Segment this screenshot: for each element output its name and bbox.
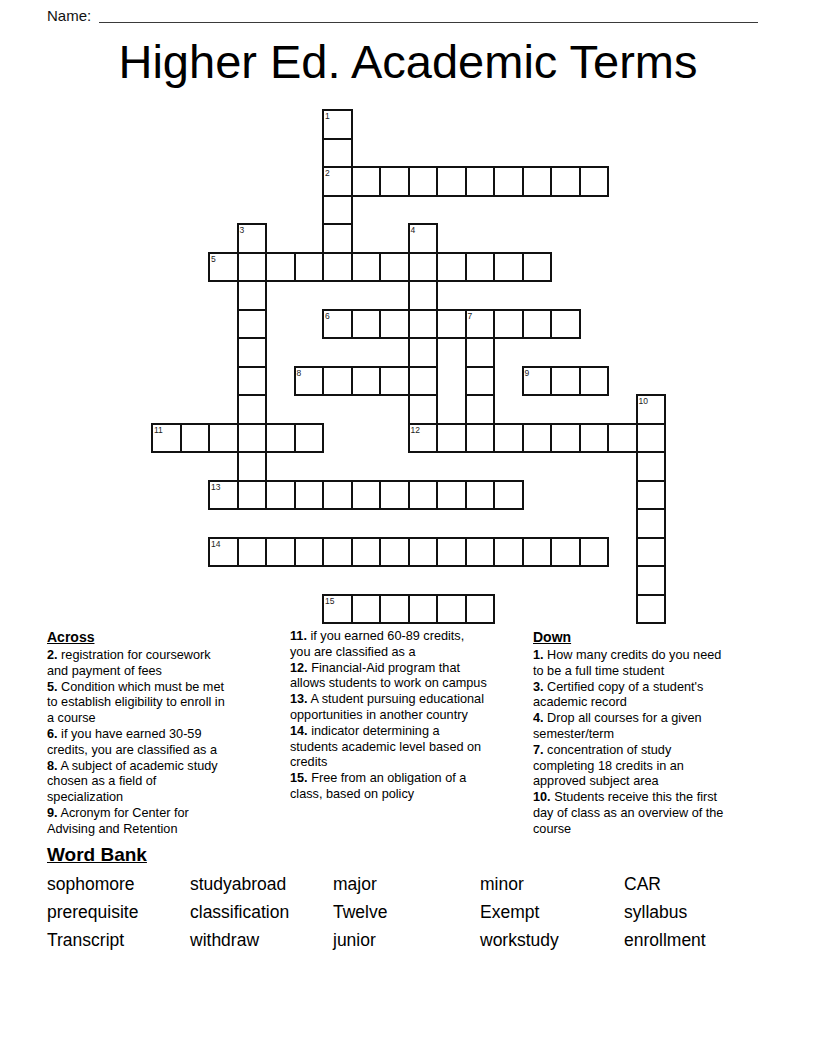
grid-cell[interactable] bbox=[579, 423, 610, 454]
clue-9: 9. Acronym for Center for Advising and R… bbox=[47, 806, 235, 838]
across-clues-col2: 11. if you earned 60-89 credits, you are… bbox=[290, 629, 488, 803]
grid-cell[interactable] bbox=[579, 166, 610, 197]
grid-cell[interactable] bbox=[180, 423, 211, 454]
grid-cell[interactable]: 4 bbox=[408, 223, 439, 254]
grid-cell[interactable] bbox=[265, 423, 296, 454]
grid-cell[interactable] bbox=[465, 394, 496, 425]
grid-cell[interactable] bbox=[322, 480, 353, 511]
word-bank-heading: Word Bank bbox=[47, 843, 147, 867]
down-clues: 1. How many credits do you need to be a … bbox=[533, 648, 729, 838]
grid-cell[interactable] bbox=[436, 480, 467, 511]
clue-10: 10. Students receive this the first day … bbox=[533, 790, 729, 837]
grid-cell[interactable] bbox=[208, 423, 239, 454]
grid-cell[interactable] bbox=[237, 480, 268, 511]
grid-cell[interactable]: 5 bbox=[208, 252, 239, 283]
grid-cell[interactable]: 12 bbox=[408, 423, 439, 454]
grid-cell[interactable] bbox=[436, 309, 467, 340]
grid-cell[interactable] bbox=[436, 252, 467, 283]
grid-cell[interactable] bbox=[322, 252, 353, 283]
clue-15: 15. Free from an obligation of a class, … bbox=[290, 771, 488, 803]
crossword-grid: 123456789101112131415 bbox=[152, 110, 666, 624]
grid-cell[interactable] bbox=[636, 508, 667, 539]
grid-cell[interactable] bbox=[351, 537, 382, 568]
grid-cell[interactable] bbox=[237, 309, 268, 340]
clue-14: 14. indicator determining a students aca… bbox=[290, 724, 488, 771]
grid-cell[interactable] bbox=[294, 423, 325, 454]
grid-cell[interactable] bbox=[522, 423, 553, 454]
grid-cell[interactable] bbox=[408, 309, 439, 340]
word-bank-word: syllabus bbox=[624, 900, 772, 928]
clue-2: 2. registration for coursework and payme… bbox=[47, 648, 235, 680]
grid-cell[interactable] bbox=[465, 423, 496, 454]
word-bank-word: Transcript bbox=[47, 928, 190, 956]
grid-cell[interactable] bbox=[550, 423, 581, 454]
grid-cell[interactable] bbox=[436, 594, 467, 625]
word-bank-word: studyabroad bbox=[190, 872, 333, 900]
grid-cell[interactable] bbox=[636, 423, 667, 454]
grid-cell[interactable] bbox=[465, 252, 496, 283]
grid-cell[interactable] bbox=[493, 480, 524, 511]
grid-cell[interactable] bbox=[351, 166, 382, 197]
grid-cell[interactable] bbox=[237, 537, 268, 568]
clue-number: 8 bbox=[297, 368, 302, 378]
grid-cell[interactable] bbox=[379, 594, 410, 625]
clue-number: 2 bbox=[325, 168, 330, 178]
grid-cell[interactable] bbox=[294, 480, 325, 511]
grid-cell[interactable] bbox=[408, 594, 439, 625]
grid-cell[interactable]: 14 bbox=[208, 537, 239, 568]
clue-number: 12 bbox=[411, 425, 420, 435]
grid-cell[interactable] bbox=[493, 423, 524, 454]
grid-cell[interactable] bbox=[636, 451, 667, 482]
word-bank-word: workstudy bbox=[480, 928, 624, 956]
grid-cell[interactable] bbox=[237, 423, 268, 454]
grid-cell[interactable]: 13 bbox=[208, 480, 239, 511]
clue-number: 15 bbox=[325, 596, 334, 606]
clue-number: 6 bbox=[325, 311, 330, 321]
grid-cell[interactable] bbox=[379, 537, 410, 568]
grid-cell[interactable] bbox=[237, 280, 268, 311]
across-heading: Across bbox=[47, 629, 235, 645]
word-bank-word: prerequisite bbox=[47, 900, 190, 928]
grid-cell[interactable]: 2 bbox=[322, 166, 353, 197]
grid-cell[interactable] bbox=[408, 252, 439, 283]
clue-number: 7 bbox=[468, 311, 473, 321]
grid-cell[interactable]: 6 bbox=[322, 309, 353, 340]
grid-cell[interactable] bbox=[436, 423, 467, 454]
clue-1: 1. How many credits do you need to be a … bbox=[533, 648, 729, 680]
grid-cell[interactable] bbox=[550, 537, 581, 568]
grid-cell[interactable] bbox=[408, 394, 439, 425]
grid-cell[interactable] bbox=[493, 252, 524, 283]
grid-cell[interactable] bbox=[265, 480, 296, 511]
grid-cell[interactable] bbox=[465, 166, 496, 197]
grid-cell[interactable] bbox=[493, 537, 524, 568]
grid-cell[interactable] bbox=[237, 394, 268, 425]
grid-cell[interactable] bbox=[379, 252, 410, 283]
clue-3: 3. Certified copy of a student's academi… bbox=[533, 680, 729, 712]
grid-cell[interactable] bbox=[493, 166, 524, 197]
word-bank-word: enrollment bbox=[624, 928, 772, 956]
clue-5: 5. Condition which must be met to establ… bbox=[47, 680, 235, 727]
word-bank-word: classification bbox=[190, 900, 333, 928]
clue-6: 6. if you have earned 30-59 credits, you… bbox=[47, 727, 235, 759]
grid-cell[interactable] bbox=[436, 166, 467, 197]
grid-cell[interactable] bbox=[351, 366, 382, 397]
grid-cell[interactable] bbox=[237, 252, 268, 283]
grid-cell[interactable] bbox=[379, 366, 410, 397]
clue-number: 4 bbox=[411, 225, 416, 235]
grid-cell[interactable] bbox=[550, 366, 581, 397]
word-bank-word: withdraw bbox=[190, 928, 333, 956]
grid-cell[interactable] bbox=[636, 537, 667, 568]
grid-cell[interactable] bbox=[322, 366, 353, 397]
grid-cell[interactable] bbox=[465, 480, 496, 511]
grid-cell[interactable]: 10 bbox=[636, 394, 667, 425]
grid-cell[interactable] bbox=[408, 166, 439, 197]
grid-cell[interactable] bbox=[408, 337, 439, 368]
grid-cell[interactable]: 11 bbox=[151, 423, 182, 454]
clue-number: 5 bbox=[211, 254, 216, 264]
worksheet-page: Name: Higher Ed. Academic Terms 12345678… bbox=[0, 0, 816, 1056]
grid-cell[interactable] bbox=[636, 565, 667, 596]
grid-cell[interactable] bbox=[322, 537, 353, 568]
grid-cell[interactable] bbox=[408, 280, 439, 311]
across-clues-col1: 2. registration for coursework and payme… bbox=[47, 648, 235, 838]
grid-cell[interactable] bbox=[636, 480, 667, 511]
grid-cell[interactable] bbox=[322, 195, 353, 226]
word-bank-grid: sophomorestudyabroadmajorminorCARprerequ… bbox=[47, 872, 772, 956]
grid-cell[interactable] bbox=[351, 309, 382, 340]
grid-cell[interactable] bbox=[465, 594, 496, 625]
grid-cell[interactable] bbox=[465, 337, 496, 368]
grid-cell[interactable] bbox=[465, 537, 496, 568]
grid-cell[interactable] bbox=[493, 309, 524, 340]
clue-11: 11. if you earned 60-89 credits, you are… bbox=[290, 629, 488, 661]
grid-cell[interactable]: 9 bbox=[522, 366, 553, 397]
clue-number: 11 bbox=[154, 425, 163, 435]
grid-cell[interactable] bbox=[522, 309, 553, 340]
grid-cell[interactable]: 1 bbox=[322, 109, 353, 140]
clue-8: 8. A subject of academic study chosen as… bbox=[47, 759, 235, 806]
grid-cell[interactable] bbox=[436, 537, 467, 568]
grid-cell[interactable] bbox=[294, 537, 325, 568]
grid-cell[interactable]: 8 bbox=[294, 366, 325, 397]
grid-cell[interactable] bbox=[408, 480, 439, 511]
grid-cell[interactable]: 3 bbox=[237, 223, 268, 254]
clue-13: 13. A student pursuing educational oppor… bbox=[290, 692, 488, 724]
grid-cell[interactable] bbox=[322, 223, 353, 254]
grid-cell[interactable] bbox=[550, 166, 581, 197]
grid-cell[interactable] bbox=[265, 252, 296, 283]
grid-cell[interactable] bbox=[379, 480, 410, 511]
clue-12: 12. Financial-Aid program that allows st… bbox=[290, 661, 488, 693]
down-heading: Down bbox=[533, 629, 729, 645]
clue-4: 4. Drop all courses for a given semester… bbox=[533, 711, 729, 743]
clue-7: 7. concentration of study completing 18 … bbox=[533, 743, 729, 790]
page-title: Higher Ed. Academic Terms bbox=[0, 34, 816, 89]
clue-number: 13 bbox=[211, 482, 220, 492]
grid-cell[interactable] bbox=[408, 366, 439, 397]
grid-cell[interactable] bbox=[351, 252, 382, 283]
across-clues-column-2: 11. if you earned 60-89 credits, you are… bbox=[290, 629, 488, 803]
grid-cell[interactable]: 7 bbox=[465, 309, 496, 340]
name-label: Name: bbox=[47, 7, 91, 25]
clue-number: 3 bbox=[240, 225, 245, 235]
word-bank-word: minor bbox=[480, 872, 624, 900]
word-bank-word: Twelve bbox=[333, 900, 480, 928]
grid-cell[interactable] bbox=[237, 451, 268, 482]
grid-cell[interactable] bbox=[522, 537, 553, 568]
down-clues-column: Down 1. How many credits do you need to … bbox=[533, 629, 729, 838]
grid-cell[interactable] bbox=[465, 366, 496, 397]
grid-cell[interactable] bbox=[522, 252, 553, 283]
grid-cell[interactable] bbox=[550, 309, 581, 340]
grid-cell[interactable] bbox=[579, 537, 610, 568]
word-bank-word: CAR bbox=[624, 872, 772, 900]
grid-cell[interactable] bbox=[522, 166, 553, 197]
grid-cell[interactable] bbox=[294, 252, 325, 283]
grid-cell[interactable] bbox=[636, 594, 667, 625]
grid-cell[interactable] bbox=[351, 594, 382, 625]
grid-cell[interactable] bbox=[379, 166, 410, 197]
grid-cell[interactable] bbox=[322, 138, 353, 169]
clue-number: 10 bbox=[639, 396, 648, 406]
grid-cell[interactable] bbox=[408, 537, 439, 568]
across-clues-column-1: Across 2. registration for coursework an… bbox=[47, 629, 235, 838]
grid-cell[interactable] bbox=[351, 480, 382, 511]
word-bank-word: major bbox=[333, 872, 480, 900]
grid-cell[interactable] bbox=[237, 366, 268, 397]
word-bank-word: Exempt bbox=[480, 900, 624, 928]
grid-cell[interactable] bbox=[579, 366, 610, 397]
clue-number: 9 bbox=[525, 368, 530, 378]
grid-cell[interactable]: 15 bbox=[322, 594, 353, 625]
grid-cell[interactable] bbox=[265, 537, 296, 568]
clue-number: 1 bbox=[325, 111, 330, 121]
word-bank-word: junior bbox=[333, 928, 480, 956]
clue-number: 14 bbox=[211, 539, 220, 549]
grid-cell[interactable] bbox=[379, 309, 410, 340]
grid-cell[interactable] bbox=[607, 423, 638, 454]
word-bank-word: sophomore bbox=[47, 872, 190, 900]
name-input-line[interactable] bbox=[99, 6, 758, 23]
grid-cell[interactable] bbox=[237, 337, 268, 368]
